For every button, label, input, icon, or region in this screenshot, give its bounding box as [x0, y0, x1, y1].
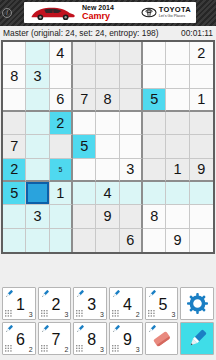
cell-r4c7[interactable]	[143, 112, 166, 135]
cell-r8c5[interactable]: 9	[96, 205, 119, 228]
digit-placed-count: 2	[64, 346, 68, 353]
cell-r9c7[interactable]	[143, 229, 166, 252]
cell-r1c1[interactable]	[3, 42, 26, 65]
digit-placed-count: 3	[171, 311, 175, 318]
cell-r9c2[interactable]	[26, 229, 49, 252]
cell-r7c3[interactable]: 1	[50, 182, 73, 205]
pencil-icon	[147, 289, 157, 299]
pencil-icon	[111, 289, 121, 299]
cell-value: 1	[197, 91, 205, 107]
key-digit-9[interactable]: 93	[109, 322, 143, 355]
cell-r3c6[interactable]	[120, 89, 143, 112]
cell-r2c2[interactable]: 3	[26, 65, 49, 88]
number-keypad: 132333425362728393	[2, 287, 214, 355]
cell-r5c1[interactable]: 7	[3, 135, 26, 158]
cell-value: 7	[10, 138, 18, 154]
cell-r7c8[interactable]	[166, 182, 189, 205]
cell-value: 1	[56, 185, 64, 201]
key-digit-4[interactable]: 42	[109, 287, 143, 320]
cell-value: 9	[103, 208, 111, 224]
cell-value: 8	[103, 91, 111, 107]
cell-r8c8[interactable]	[166, 205, 189, 228]
digit-placed-count: 3	[100, 311, 104, 318]
candidates-grid-icon	[112, 345, 119, 352]
key-digit-label: 5	[159, 295, 168, 313]
cell-value: 2	[56, 115, 64, 131]
cell-r4c6[interactable]	[120, 112, 143, 135]
cell-r8c7[interactable]: 8	[143, 205, 166, 228]
key-digit-label: 3	[87, 295, 96, 313]
cell-r2c1[interactable]: 8	[3, 65, 26, 88]
cell-r2c5[interactable]	[96, 65, 119, 88]
key-digit-label: 2	[52, 295, 61, 313]
cell-r2c6[interactable]	[120, 65, 143, 88]
cell-value: 9	[173, 232, 181, 248]
cell-r2c4[interactable]	[73, 65, 96, 88]
cell-r7c7[interactable]	[143, 182, 166, 205]
ad-header: i New 2014 Camry TOYO	[0, 0, 216, 26]
cell-r3c3[interactable]: 6	[50, 89, 73, 112]
cell-r5c7[interactable]	[143, 135, 166, 158]
cell-value: 9	[197, 161, 205, 177]
ad-headline: New 2014	[82, 4, 114, 11]
key-digit-label: 7	[52, 330, 61, 348]
brand-tagline: Let's Go Places	[159, 15, 191, 19]
cell-r8c1[interactable]	[3, 205, 26, 228]
cell-value: 1	[173, 161, 181, 177]
digit-placed-count: 2	[29, 346, 33, 353]
cell-r7c1[interactable]: 5	[3, 182, 26, 205]
cell-r2c7[interactable]	[143, 65, 166, 88]
key-digit-label: 1	[16, 295, 25, 313]
cell-r8c3[interactable]	[50, 205, 73, 228]
cell-r8c4[interactable]	[73, 205, 96, 228]
key-digit-7[interactable]: 72	[38, 322, 72, 355]
cell-r1c8[interactable]	[166, 42, 189, 65]
pencil-icon	[4, 324, 14, 334]
key-digit-6[interactable]: 62	[2, 322, 36, 355]
cell-r8c9[interactable]	[190, 205, 213, 228]
cell-r9c8[interactable]: 9	[166, 229, 189, 252]
cell-value: 2	[10, 161, 18, 177]
cell-r3c4[interactable]: 7	[73, 89, 96, 112]
cell-r7c5[interactable]: 4	[96, 182, 119, 205]
key-digit-8[interactable]: 83	[73, 322, 107, 355]
cell-r5c3[interactable]	[50, 135, 73, 158]
cell-value: 8	[10, 68, 18, 84]
candidates-grid-icon	[76, 310, 83, 317]
cell-r9c9[interactable]	[190, 229, 213, 252]
cell-value: 2	[197, 45, 205, 61]
cell-r7c9[interactable]	[190, 182, 213, 205]
pencil-icon	[40, 289, 50, 299]
cell-r6c5[interactable]	[96, 159, 119, 182]
candidates-grid-icon	[76, 345, 83, 352]
cell-r6c7[interactable]	[143, 159, 166, 182]
cell-value: 6	[56, 91, 64, 107]
cell-value: 3	[126, 161, 134, 177]
candidates-grid-icon	[5, 345, 12, 352]
cell-value: 4	[56, 45, 64, 61]
cell-r4c2[interactable]	[26, 112, 49, 135]
cell-r1c9[interactable]: 2	[190, 42, 213, 65]
cell-r1c2[interactable]	[26, 42, 49, 65]
cell-r6c6[interactable]: 3	[120, 159, 143, 182]
cell-r4c1[interactable]	[3, 112, 26, 135]
cell-value: 5	[10, 185, 18, 201]
pencil-icon	[75, 324, 85, 334]
cell-r5c8[interactable]	[166, 135, 189, 158]
cell-value: 8	[150, 208, 158, 224]
cell-r5c2[interactable]	[26, 135, 49, 158]
cell-value: 3	[33, 208, 41, 224]
key-digit-2[interactable]: 23	[38, 287, 72, 320]
pencil-icon	[75, 289, 85, 299]
digit-placed-count: 3	[64, 311, 68, 318]
pencil-icon	[111, 324, 121, 334]
game-timer: 00:01:11	[181, 28, 213, 38]
cell-value: 7	[80, 91, 88, 107]
eraser-button[interactable]	[145, 322, 179, 355]
key-digit-5[interactable]: 53	[145, 287, 179, 320]
cell-r8c6[interactable]	[120, 205, 143, 228]
cell-r7c6[interactable]	[120, 182, 143, 205]
cell-r9c6[interactable]: 6	[120, 229, 143, 252]
cell-r6c2[interactable]	[26, 159, 49, 182]
cell-r7c4[interactable]	[73, 182, 96, 205]
pencil-icon	[147, 324, 157, 334]
cell-r3c9[interactable]: 1	[190, 89, 213, 112]
cell-r8c2[interactable]: 3	[26, 205, 49, 228]
cell-r4c4[interactable]	[73, 112, 96, 135]
pencil-mode-icon	[187, 328, 208, 349]
cell-r5c5[interactable]	[96, 135, 119, 158]
cell-value: 5	[80, 138, 88, 154]
settings-button[interactable]	[180, 287, 214, 320]
pencil-icon	[40, 324, 50, 334]
cell-r9c3[interactable]	[50, 229, 73, 252]
cell-r5c4[interactable]: 5	[73, 135, 96, 158]
key-digit-label: 4	[123, 295, 132, 313]
cell-r1c5[interactable]	[96, 42, 119, 65]
digit-placed-count: 2	[136, 311, 140, 318]
cell-r9c4[interactable]	[73, 229, 96, 252]
candidates-grid-icon	[148, 310, 155, 317]
candidate-digits: 5	[58, 166, 62, 173]
cell-r2c3[interactable]	[50, 65, 73, 88]
cell-r5c6[interactable]	[120, 135, 143, 158]
cell-r1c4[interactable]	[73, 42, 96, 65]
key-digit-label: 9	[123, 330, 132, 348]
cell-r1c7[interactable]	[143, 42, 166, 65]
key-digit-1[interactable]: 13	[2, 287, 36, 320]
cell-r2c8[interactable]	[166, 65, 189, 88]
cell-r3c1[interactable]	[3, 89, 26, 112]
car-image	[27, 3, 79, 22]
candidates-grid-icon	[112, 310, 119, 317]
ad-model-name: Camry	[82, 12, 114, 21]
cell-r4c5[interactable]	[96, 112, 119, 135]
digit-placed-count: 3	[29, 311, 33, 318]
cell-r9c1[interactable]	[3, 229, 26, 252]
cell-value: 6	[126, 232, 134, 248]
digit-placed-count: 3	[136, 346, 140, 353]
key-digit-label: 8	[87, 330, 96, 348]
sudoku-board: 4283678512752531951439869	[1, 40, 215, 254]
cell-value: 4	[103, 185, 111, 201]
cell-r3c8[interactable]	[166, 89, 189, 112]
candidates-grid-icon	[41, 310, 48, 317]
toyota-logo-icon	[141, 4, 157, 22]
puzzle-status-text: Master (original: 24, set: 24, entropy: …	[3, 28, 158, 38]
digit-placed-count: 3	[100, 346, 104, 353]
cell-r1c3[interactable]: 4	[50, 42, 73, 65]
cell-r1c6[interactable]	[120, 42, 143, 65]
cell-r4c3[interactable]: 2	[50, 112, 73, 135]
cell-r3c5[interactable]: 8	[96, 89, 119, 112]
key-digit-label: 6	[16, 330, 25, 348]
cell-r6c9[interactable]: 9	[190, 159, 213, 182]
status-bar: Master (original: 24, set: 24, entropy: …	[0, 26, 216, 40]
ad-banner[interactable]: New 2014 Camry TOYOTA Let's Go Places	[24, 2, 196, 23]
cell-r6c3[interactable]: 5	[50, 159, 73, 182]
cell-r6c8[interactable]: 1	[166, 159, 189, 182]
cell-r7c2[interactable]	[26, 182, 49, 205]
cell-value: 5	[150, 91, 158, 107]
cell-r3c7[interactable]: 5	[143, 89, 166, 112]
cell-r6c1[interactable]: 2	[3, 159, 26, 182]
cell-r6c4[interactable]	[73, 159, 96, 182]
cell-r3c2[interactable]	[26, 89, 49, 112]
cell-r2c9[interactable]	[190, 65, 213, 88]
cell-r9c5[interactable]	[96, 229, 119, 252]
cell-r4c9[interactable]	[190, 112, 213, 135]
cell-r5c9[interactable]	[190, 135, 213, 158]
cell-r4c8[interactable]	[166, 112, 189, 135]
brand-name: TOYOTA	[159, 6, 191, 14]
candidates-grid-icon	[5, 310, 12, 317]
candidates-grid-icon	[41, 345, 48, 352]
key-digit-3[interactable]: 33	[73, 287, 107, 320]
settings-gear-icon	[187, 293, 208, 314]
info-icon[interactable]: i	[2, 8, 12, 18]
pencil-mode-button[interactable]	[180, 322, 214, 355]
cell-value: 3	[33, 68, 41, 84]
pencil-icon	[4, 289, 14, 299]
